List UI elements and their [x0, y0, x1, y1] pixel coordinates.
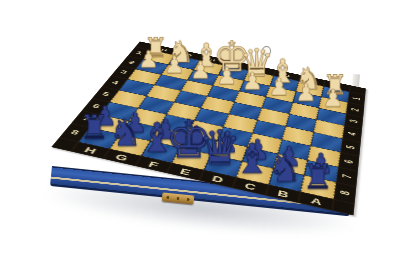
coord-far-E: E: [234, 63, 241, 67]
coord-far-A: A: [334, 84, 340, 88]
coord-right-2: 2: [350, 107, 361, 112]
rear-latch-ring: [262, 46, 271, 56]
rail-right: 8: [334, 182, 356, 203]
coord-near-H: H: [83, 146, 98, 155]
coord-near-D: D: [211, 174, 225, 184]
coord-right-6: 6: [343, 159, 355, 165]
rail-near: F: [135, 156, 173, 173]
coord-right-4: 4: [347, 131, 358, 136]
product-photo: HGFEDCBA1♜♞♝♚♛♝♞♜12♟♟♟♟♟♟♟♟2334455667♟♟♟…: [0, 0, 420, 259]
coord-left-2: 2: [127, 60, 135, 65]
coord-far-C: C: [284, 73, 291, 77]
coord-right-1: 1: [352, 96, 362, 100]
coord-left-1: 1: [135, 51, 143, 56]
coord-left-4: 4: [110, 80, 119, 85]
coord-left-5: 5: [101, 91, 110, 97]
coord-far-H: H: [161, 48, 168, 52]
coord-left-3: 3: [119, 70, 128, 75]
coord-near-E: E: [179, 167, 192, 177]
coord-left-8: 8: [69, 129, 80, 136]
coord-far-F: F: [210, 58, 216, 62]
coord-right-3: 3: [348, 119, 359, 124]
coord-far-G: G: [185, 53, 193, 57]
coord-near-F: F: [147, 160, 160, 169]
coord-near-G: G: [114, 153, 130, 163]
coord-near-C: C: [244, 181, 257, 191]
coord-right-8: 8: [339, 190, 352, 196]
coord-near-B: B: [277, 189, 290, 199]
coord-right-5: 5: [345, 145, 357, 150]
coord-right-7: 7: [341, 174, 353, 180]
coord-left-6: 6: [91, 103, 101, 109]
coord-left-7: 7: [81, 116, 91, 122]
coord-far-D: D: [259, 68, 266, 72]
coord-near-A: A: [310, 196, 322, 206]
coord-far-B: B: [309, 78, 315, 82]
rail-right: 1: [348, 92, 366, 106]
square-d4: [229, 102, 262, 120]
